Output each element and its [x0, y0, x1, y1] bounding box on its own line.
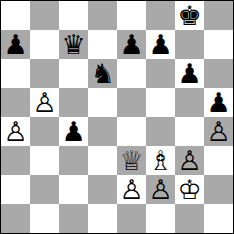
white-king: ♔ [177, 175, 201, 204]
white-pawn: ♙ [206, 117, 230, 146]
square-f6[interactable] [146, 59, 175, 88]
square-e7[interactable]: ♟ [117, 30, 146, 59]
square-h4[interactable]: ♙ [204, 117, 233, 146]
square-e3[interactable]: ♕ [117, 146, 146, 175]
square-e5[interactable] [117, 88, 146, 117]
square-d2[interactable] [88, 175, 117, 204]
square-e4[interactable] [117, 117, 146, 146]
square-f1[interactable] [146, 204, 175, 233]
black-pawn: ♟ [3, 30, 27, 59]
square-a6[interactable] [1, 59, 30, 88]
square-e2[interactable]: ♙ [117, 175, 146, 204]
black-queen: ♛ [61, 30, 85, 59]
black-pawn: ♟ [206, 88, 230, 117]
square-g1[interactable] [175, 204, 204, 233]
square-d5[interactable] [88, 88, 117, 117]
square-d3[interactable] [88, 146, 117, 175]
square-g4[interactable] [175, 117, 204, 146]
square-a7[interactable]: ♟ [1, 30, 30, 59]
square-c3[interactable] [59, 146, 88, 175]
square-h1[interactable] [204, 204, 233, 233]
square-g6[interactable]: ♟ [175, 59, 204, 88]
square-a1[interactable] [1, 204, 30, 233]
white-pawn: ♙ [119, 175, 143, 204]
square-a8[interactable] [1, 1, 30, 30]
black-king: ♚ [177, 1, 201, 30]
square-c2[interactable] [59, 175, 88, 204]
square-g2[interactable]: ♔ [175, 175, 204, 204]
square-e1[interactable] [117, 204, 146, 233]
square-d6[interactable]: ♞ [88, 59, 117, 88]
black-pawn: ♟ [148, 30, 172, 59]
square-f4[interactable] [146, 117, 175, 146]
square-c6[interactable] [59, 59, 88, 88]
black-knight: ♞ [90, 59, 114, 88]
square-d8[interactable] [88, 1, 117, 30]
square-f2[interactable]: ♙ [146, 175, 175, 204]
square-b7[interactable] [30, 30, 59, 59]
square-f7[interactable]: ♟ [146, 30, 175, 59]
square-f5[interactable] [146, 88, 175, 117]
black-pawn: ♟ [61, 117, 85, 146]
square-h8[interactable] [204, 1, 233, 30]
square-g8[interactable]: ♚ [175, 1, 204, 30]
black-pawn: ♟ [177, 59, 201, 88]
square-e6[interactable] [117, 59, 146, 88]
square-c8[interactable] [59, 1, 88, 30]
square-a4[interactable]: ♙ [1, 117, 30, 146]
white-pawn: ♙ [177, 146, 201, 175]
square-a3[interactable] [1, 146, 30, 175]
square-h3[interactable] [204, 146, 233, 175]
square-c4[interactable]: ♟ [59, 117, 88, 146]
black-pawn: ♟ [119, 30, 143, 59]
square-b2[interactable] [30, 175, 59, 204]
square-c5[interactable] [59, 88, 88, 117]
square-d1[interactable] [88, 204, 117, 233]
white-pawn: ♙ [148, 175, 172, 204]
square-b3[interactable] [30, 146, 59, 175]
square-c7[interactable]: ♛ [59, 30, 88, 59]
square-b1[interactable] [30, 204, 59, 233]
chess-board: ♚♟♛♟♟♞♟♙♟♙♟♙♕♗♙♙♙♔ [0, 0, 234, 234]
square-b4[interactable] [30, 117, 59, 146]
square-c1[interactable] [59, 204, 88, 233]
square-g5[interactable] [175, 88, 204, 117]
white-pawn: ♙ [3, 117, 27, 146]
white-pawn: ♙ [32, 88, 56, 117]
square-g7[interactable] [175, 30, 204, 59]
square-a5[interactable] [1, 88, 30, 117]
square-e8[interactable] [117, 1, 146, 30]
white-bishop: ♗ [148, 146, 172, 175]
square-d4[interactable] [88, 117, 117, 146]
square-b8[interactable] [30, 1, 59, 30]
square-h6[interactable] [204, 59, 233, 88]
square-f8[interactable] [146, 1, 175, 30]
square-f3[interactable]: ♗ [146, 146, 175, 175]
square-a2[interactable] [1, 175, 30, 204]
square-g3[interactable]: ♙ [175, 146, 204, 175]
square-b6[interactable] [30, 59, 59, 88]
square-h5[interactable]: ♟ [204, 88, 233, 117]
square-b5[interactable]: ♙ [30, 88, 59, 117]
square-d7[interactable] [88, 30, 117, 59]
square-h7[interactable] [204, 30, 233, 59]
square-h2[interactable] [204, 175, 233, 204]
white-queen: ♕ [119, 146, 143, 175]
